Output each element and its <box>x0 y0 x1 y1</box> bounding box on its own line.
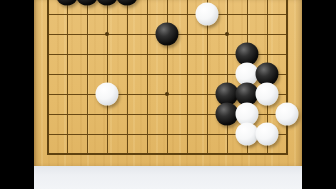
white-stone[interactable] <box>196 3 219 26</box>
white-stone[interactable] <box>276 103 299 126</box>
star-point <box>225 32 229 36</box>
right-letterbox <box>302 0 336 189</box>
star-point <box>165 92 169 96</box>
white-stone[interactable] <box>256 123 279 146</box>
left-letterbox <box>0 0 34 189</box>
star-point <box>105 32 109 36</box>
page-background-strip <box>34 166 302 189</box>
go-board[interactable] <box>34 0 302 168</box>
white-stone[interactable] <box>96 83 119 106</box>
black-stone[interactable] <box>156 23 179 46</box>
video-frame <box>0 0 336 189</box>
white-stone[interactable] <box>256 83 279 106</box>
